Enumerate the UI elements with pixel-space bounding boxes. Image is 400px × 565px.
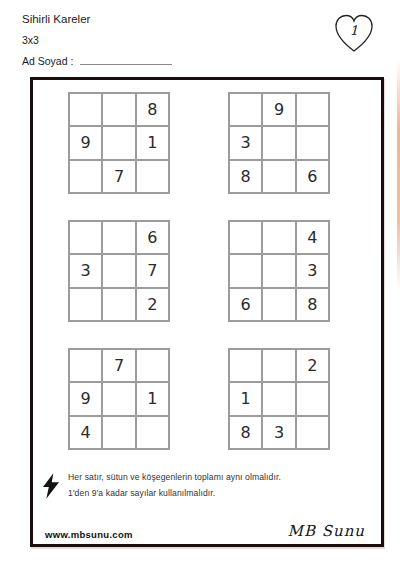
given-cell: 1	[137, 383, 168, 414]
given-cell: 3	[263, 417, 294, 448]
name-blank-line[interactable]	[80, 55, 172, 65]
empty-cell[interactable]	[70, 222, 101, 253]
empty-cell[interactable]	[297, 383, 328, 414]
empty-cell[interactable]	[263, 383, 294, 414]
given-cell: 3	[230, 127, 261, 158]
empty-cell[interactable]	[103, 417, 134, 448]
heart-page-badge: 1	[332, 12, 376, 56]
magic-square-grid-5: 7914	[68, 348, 170, 450]
given-cell: 1	[137, 127, 168, 158]
given-cell: 7	[103, 350, 134, 381]
given-cell: 9	[263, 94, 294, 125]
given-cell: 7	[103, 161, 134, 192]
empty-cell[interactable]	[263, 161, 294, 192]
empty-cell[interactable]	[137, 161, 168, 192]
empty-cell[interactable]	[263, 255, 294, 286]
empty-cell[interactable]	[70, 94, 101, 125]
empty-cell[interactable]	[230, 222, 261, 253]
given-cell: 4	[70, 417, 101, 448]
instructions-block: Her satır, sütun ve köşegenlerin toplamı…	[43, 470, 281, 503]
lightning-bolt-icon	[43, 473, 59, 503]
magic-square-grid-4: 4368	[228, 220, 330, 322]
magic-square-grid-6: 2183	[228, 348, 330, 450]
empty-cell[interactable]	[297, 417, 328, 448]
worksheet-page: Sihirli Kareler 3x3 Ad Soyad : 1 8917 93…	[0, 0, 400, 565]
name-label: Ad Soyad :	[22, 55, 73, 67]
magic-square-grid-3: 6372	[68, 220, 170, 322]
empty-cell[interactable]	[137, 350, 168, 381]
empty-cell[interactable]	[70, 350, 101, 381]
given-cell: 9	[70, 127, 101, 158]
instruction-line-1: Her satır, sütun ve köşegenlerin toplamı…	[68, 472, 281, 482]
empty-cell[interactable]	[103, 222, 134, 253]
given-cell: 6	[297, 161, 328, 192]
empty-cell[interactable]	[103, 127, 134, 158]
empty-cell[interactable]	[230, 94, 261, 125]
footer-url: www.mbsunu.com	[45, 529, 133, 540]
given-cell: 8	[230, 417, 261, 448]
given-cell: 2	[137, 289, 168, 320]
grid-size-label: 3x3	[22, 34, 39, 46]
empty-cell[interactable]	[263, 289, 294, 320]
page-number: 1	[348, 23, 360, 38]
empty-cell[interactable]	[230, 350, 261, 381]
empty-cell[interactable]	[297, 94, 328, 125]
given-cell: 7	[137, 255, 168, 286]
given-cell: 1	[230, 383, 261, 414]
empty-cell[interactable]	[103, 255, 134, 286]
given-cell: 3	[70, 255, 101, 286]
magic-square-grid-2: 9386	[228, 92, 330, 194]
given-cell: 6	[137, 222, 168, 253]
empty-cell[interactable]	[103, 94, 134, 125]
empty-cell[interactable]	[263, 127, 294, 158]
given-cell: 9	[70, 383, 101, 414]
empty-cell[interactable]	[297, 127, 328, 158]
name-row: Ad Soyad :	[22, 55, 172, 67]
given-cell: 6	[230, 289, 261, 320]
given-cell: 2	[297, 350, 328, 381]
footer-brand-logo: MB Sunu	[288, 522, 365, 540]
empty-cell[interactable]	[70, 289, 101, 320]
magic-square-grid-1: 8917	[68, 92, 170, 194]
given-cell: 8	[137, 94, 168, 125]
given-cell: 8	[230, 161, 261, 192]
empty-cell[interactable]	[230, 255, 261, 286]
instruction-text: Her satır, sütun ve köşegenlerin toplamı…	[68, 470, 281, 501]
worksheet-frame: 8917 9386 6372 4368 7914 2183 Her satır,…	[30, 77, 384, 547]
instruction-line-2: 1'den 9'a kadar sayılar kullanılmalıdır.	[68, 488, 215, 498]
empty-cell[interactable]	[103, 289, 134, 320]
empty-cell[interactable]	[103, 383, 134, 414]
given-cell: 3	[297, 255, 328, 286]
empty-cell[interactable]	[137, 417, 168, 448]
page-title: Sihirli Kareler	[22, 13, 90, 25]
empty-cell[interactable]	[70, 161, 101, 192]
given-cell: 4	[297, 222, 328, 253]
given-cell: 8	[297, 289, 328, 320]
empty-cell[interactable]	[263, 222, 294, 253]
empty-cell[interactable]	[263, 350, 294, 381]
